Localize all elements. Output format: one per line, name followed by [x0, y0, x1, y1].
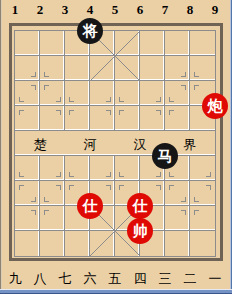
board-cell: [115, 31, 140, 56]
file-label-top: 2: [30, 2, 50, 18]
point-marker: [19, 97, 24, 102]
board-cell: [40, 231, 65, 256]
point-marker: [156, 172, 161, 177]
board-cell: [190, 56, 215, 81]
point-marker: [44, 85, 49, 90]
point-marker: [56, 172, 61, 177]
river-character: 汉: [130, 137, 150, 152]
board-cell: [90, 231, 115, 256]
file-label-bottom: 二: [180, 271, 200, 287]
board-cell: [15, 156, 40, 181]
red-advisor[interactable]: 仕: [127, 193, 153, 219]
point-marker: [56, 110, 61, 115]
board-cell: [165, 31, 190, 56]
point-marker: [119, 110, 124, 115]
board-cell: [165, 231, 190, 256]
point-marker: [19, 172, 24, 177]
point-marker: [181, 210, 186, 215]
file-label-bottom: 四: [130, 271, 150, 287]
point-marker: [56, 97, 61, 102]
point-marker: [169, 97, 174, 102]
file-label-bottom: 三: [155, 271, 175, 287]
file-label-top: 4: [80, 2, 100, 18]
point-marker: [181, 72, 186, 77]
point-marker: [19, 185, 24, 190]
board-cell: [40, 31, 65, 56]
point-marker: [156, 185, 161, 190]
point-marker: [56, 185, 61, 190]
point-marker: [31, 197, 36, 202]
point-marker: [69, 110, 74, 115]
point-marker: [181, 85, 186, 90]
window-edge-left: [0, 0, 2, 294]
file-label-bottom: 六: [80, 271, 100, 287]
board-cell: [90, 81, 115, 106]
board-cell: [15, 206, 40, 231]
window-edge-right: [230, 0, 232, 294]
board-cell: [40, 156, 65, 181]
point-marker: [106, 97, 111, 102]
point-marker: [119, 97, 124, 102]
file-label-top: 9: [205, 2, 225, 18]
file-label-top: 3: [55, 2, 75, 18]
board-cell: [90, 106, 115, 131]
board-cell: [140, 81, 165, 106]
point-marker: [206, 185, 211, 190]
point-marker: [44, 210, 49, 215]
board-cell: [15, 81, 40, 106]
file-label-bottom: 七: [55, 271, 75, 287]
board-cell: [65, 156, 90, 181]
file-label-top: 6: [130, 2, 150, 18]
point-marker: [106, 185, 111, 190]
river-character: 河: [80, 137, 100, 152]
board-cell: [140, 106, 165, 131]
point-marker: [69, 172, 74, 177]
point-marker: [106, 172, 111, 177]
board-cell: [15, 56, 40, 81]
point-marker: [156, 110, 161, 115]
file-label-top: 5: [105, 2, 125, 18]
file-label-bottom: 一: [205, 271, 225, 287]
window-edge-bottom: [0, 289, 232, 294]
point-marker: [194, 72, 199, 77]
file-label-top: 8: [180, 2, 200, 18]
point-marker: [119, 172, 124, 177]
board-cell: [65, 81, 90, 106]
board-cell: [15, 31, 40, 56]
point-marker: [206, 172, 211, 177]
board-cell: [190, 156, 215, 181]
board-cell: [65, 231, 90, 256]
point-marker: [69, 97, 74, 102]
point-marker: [69, 185, 74, 190]
board-cell: [15, 231, 40, 256]
board-cell: [90, 156, 115, 181]
board-cell: [140, 56, 165, 81]
board-cell: [165, 56, 190, 81]
river-character: 楚: [30, 137, 50, 152]
point-marker: [194, 197, 199, 202]
point-marker: [169, 172, 174, 177]
board-cell: [140, 31, 165, 56]
board-cell: [115, 56, 140, 81]
xiangqi-window: 123456789 九八七六五四三二一 楚河汉界 将炮马仕仕帅: [0, 0, 232, 294]
file-label-bottom: 五: [105, 271, 125, 287]
point-marker: [169, 110, 174, 115]
board-cell: [40, 56, 65, 81]
file-label-bottom: 九: [5, 271, 25, 287]
point-marker: [194, 85, 199, 90]
red-cannon[interactable]: 炮: [202, 93, 228, 119]
board-cell: [190, 231, 215, 256]
file-label-bottom: 八: [30, 271, 50, 287]
board-cell: [40, 106, 65, 131]
point-marker: [156, 97, 161, 102]
point-marker: [31, 210, 36, 215]
point-marker: [106, 110, 111, 115]
board-cell: [115, 81, 140, 106]
point-marker: [119, 185, 124, 190]
point-marker: [31, 85, 36, 90]
red-advisor[interactable]: 仕: [77, 193, 103, 219]
point-marker: [194, 210, 199, 215]
board-cell: [65, 56, 90, 81]
board-cell: [40, 181, 65, 206]
board-cell: [165, 81, 190, 106]
point-marker: [44, 197, 49, 202]
board-cell: [165, 206, 190, 231]
board-cell: [90, 56, 115, 81]
point-marker: [169, 185, 174, 190]
black-horse[interactable]: 马: [152, 143, 178, 169]
red-general[interactable]: 帅: [127, 218, 153, 244]
point-marker: [181, 197, 186, 202]
board-cell: [115, 156, 140, 181]
black-general[interactable]: 将: [77, 18, 103, 44]
file-label-top: 7: [155, 2, 175, 18]
point-marker: [44, 72, 49, 77]
board-cell: [190, 31, 215, 56]
river-character: 界: [180, 137, 200, 152]
board-cell: [190, 181, 215, 206]
point-marker: [31, 72, 36, 77]
file-label-top: 1: [5, 2, 25, 18]
point-marker: [19, 110, 24, 115]
